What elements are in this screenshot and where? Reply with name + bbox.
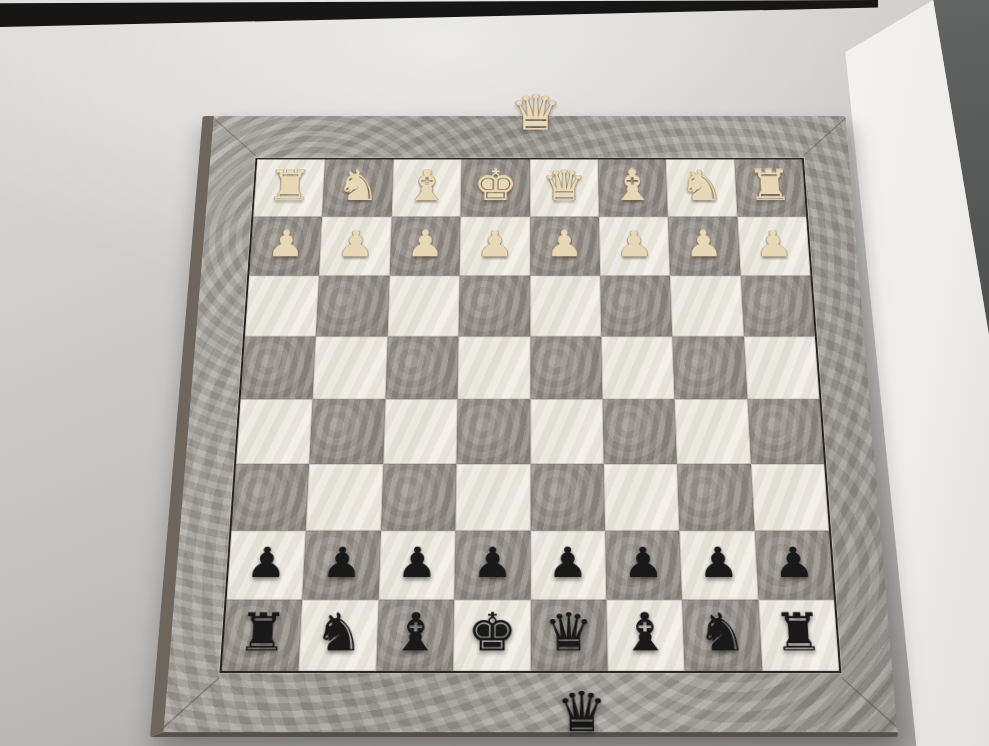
square-d4[interactable] — [530, 336, 602, 399]
piece-black-bishop[interactable]: ♝ — [390, 606, 441, 659]
square-a1[interactable]: ♜ — [734, 159, 806, 216]
piece-black-pawn[interactable]: ♟ — [772, 541, 815, 583]
square-b3[interactable] — [670, 276, 744, 337]
playing-area: ♜♞♝♚♛♝♞♜♟♟♟♟♟♟♟♟♟♟♟♟♟♟♟♟♜♞♝♚♛♝♞♜ — [219, 158, 841, 673]
square-f6[interactable] — [381, 464, 457, 531]
square-h7[interactable]: ♟ — [227, 531, 307, 600]
square-e6[interactable] — [455, 464, 530, 531]
piece-black-queen[interactable]: ♛ — [544, 606, 594, 659]
piece-white-king[interactable]: ♚ — [473, 165, 518, 207]
square-c7[interactable]: ♟ — [605, 531, 682, 600]
piece-black-pawn[interactable]: ♟ — [548, 541, 589, 583]
piece-black-pawn[interactable]: ♟ — [622, 541, 664, 583]
square-b4[interactable] — [672, 336, 747, 399]
square-d6[interactable] — [530, 464, 605, 531]
square-d7[interactable]: ♟ — [530, 531, 606, 600]
square-c3[interactable] — [600, 276, 672, 337]
piece-white-pawn[interactable]: ♟ — [546, 226, 584, 262]
square-b1[interactable]: ♞ — [666, 159, 737, 216]
square-g8[interactable]: ♞ — [299, 600, 379, 671]
square-f4[interactable] — [385, 336, 458, 399]
piece-white-pawn[interactable]: ♟ — [754, 226, 794, 262]
square-b5[interactable] — [675, 399, 751, 464]
piece-black-knight[interactable]: ♞ — [313, 606, 365, 659]
square-e4[interactable] — [458, 336, 530, 399]
square-e5[interactable] — [457, 399, 531, 464]
piece-white-bishop[interactable]: ♝ — [610, 165, 656, 207]
square-h4[interactable] — [241, 336, 317, 399]
piece-white-pawn[interactable]: ♟ — [406, 226, 444, 262]
square-e8[interactable]: ♚ — [453, 600, 530, 671]
square-g1[interactable]: ♞ — [322, 159, 393, 216]
chess-board: ♜♞♝♚♛♝♞♜♟♟♟♟♟♟♟♟♟♟♟♟♟♟♟♟♜♞♝♚♛♝♞♜ ♛ ♛ — [150, 116, 898, 737]
piece-white-pawn[interactable]: ♟ — [684, 226, 723, 262]
piece-black-spare-queen[interactable]: ♛ — [556, 684, 608, 740]
piece-white-rook[interactable]: ♜ — [746, 165, 793, 207]
square-a3[interactable] — [740, 276, 815, 337]
square-b7[interactable]: ♟ — [680, 531, 758, 600]
piece-black-pawn[interactable]: ♟ — [697, 541, 739, 583]
piece-white-pawn[interactable]: ♟ — [476, 226, 514, 262]
square-h3[interactable] — [245, 276, 319, 337]
piece-white-pawn[interactable]: ♟ — [266, 226, 306, 262]
piece-white-spare-queen[interactable]: ♛ — [510, 89, 563, 138]
square-c5[interactable] — [602, 399, 677, 464]
square-e2[interactable]: ♟ — [460, 217, 530, 276]
piece-black-pawn[interactable]: ♟ — [321, 541, 363, 583]
piece-black-pawn[interactable]: ♟ — [472, 541, 513, 583]
square-g4[interactable] — [313, 336, 388, 399]
piece-black-knight[interactable]: ♞ — [696, 606, 748, 659]
square-g2[interactable]: ♟ — [319, 217, 391, 276]
square-a7[interactable]: ♟ — [754, 531, 834, 600]
square-g6[interactable] — [306, 464, 383, 531]
board-grid: ♜♞♝♚♛♝♞♜♟♟♟♟♟♟♟♟♟♟♟♟♟♟♟♟♜♞♝♚♛♝♞♜ — [222, 159, 840, 671]
square-e7[interactable]: ♟ — [454, 531, 530, 600]
square-f8[interactable]: ♝ — [376, 600, 454, 671]
square-e3[interactable] — [459, 276, 530, 337]
square-d5[interactable] — [530, 399, 604, 464]
square-f7[interactable]: ♟ — [378, 531, 455, 600]
piece-black-pawn[interactable]: ♟ — [396, 541, 438, 583]
square-f1[interactable]: ♝ — [391, 159, 461, 216]
square-d8[interactable]: ♛ — [530, 600, 607, 671]
photo-scene: ♜♞♝♚♛♝♞♜♟♟♟♟♟♟♟♟♟♟♟♟♟♟♟♟♜♞♝♚♛♝♞♜ ♛ ♛ — [0, 0, 989, 746]
square-g7[interactable]: ♟ — [302, 531, 380, 600]
square-a6[interactable] — [751, 464, 829, 531]
square-a5[interactable] — [747, 399, 824, 464]
square-f5[interactable] — [383, 399, 458, 464]
piece-white-pawn[interactable]: ♟ — [336, 226, 375, 262]
board-frame: ♜♞♝♚♛♝♞♜♟♟♟♟♟♟♟♟♟♟♟♟♟♟♟♟♜♞♝♚♛♝♞♜ ♛ ♛ — [150, 116, 898, 737]
square-b6[interactable] — [677, 464, 754, 531]
piece-white-bishop[interactable]: ♝ — [404, 165, 450, 207]
square-a4[interactable] — [744, 336, 820, 399]
square-b8[interactable]: ♞ — [682, 600, 762, 671]
square-b2[interactable]: ♟ — [668, 217, 740, 276]
piece-white-knight[interactable]: ♞ — [335, 165, 382, 207]
square-h8[interactable]: ♜ — [222, 600, 303, 671]
square-d2[interactable]: ♟ — [530, 217, 600, 276]
square-e1[interactable]: ♚ — [461, 159, 530, 216]
square-f2[interactable]: ♟ — [389, 217, 460, 276]
square-h2[interactable]: ♟ — [249, 217, 322, 276]
piece-black-king[interactable]: ♚ — [467, 606, 517, 659]
square-d1[interactable]: ♛ — [530, 159, 599, 216]
square-c8[interactable]: ♝ — [606, 600, 685, 671]
square-c6[interactable] — [604, 464, 680, 531]
square-c2[interactable]: ♟ — [599, 217, 670, 276]
square-h1[interactable]: ♜ — [253, 159, 325, 216]
piece-white-queen[interactable]: ♛ — [542, 165, 587, 207]
dark-shelf-edge — [0, 0, 878, 27]
square-f3[interactable] — [387, 276, 459, 337]
piece-black-bishop[interactable]: ♝ — [620, 606, 671, 659]
square-a2[interactable]: ♟ — [737, 217, 810, 276]
piece-black-rook[interactable]: ♜ — [236, 606, 289, 659]
piece-black-pawn[interactable]: ♟ — [245, 541, 288, 583]
piece-black-rook[interactable]: ♜ — [772, 606, 825, 659]
square-g5[interactable] — [310, 399, 386, 464]
piece-white-rook[interactable]: ♜ — [266, 165, 313, 207]
square-c1[interactable]: ♝ — [598, 159, 668, 216]
square-d3[interactable] — [530, 276, 601, 337]
square-a8[interactable]: ♜ — [758, 600, 839, 671]
piece-white-knight[interactable]: ♞ — [678, 165, 725, 207]
piece-white-pawn[interactable]: ♟ — [615, 226, 653, 262]
square-h5[interactable] — [236, 399, 313, 464]
square-h6[interactable] — [231, 464, 309, 531]
square-g3[interactable] — [316, 276, 389, 337]
square-c4[interactable] — [601, 336, 675, 399]
